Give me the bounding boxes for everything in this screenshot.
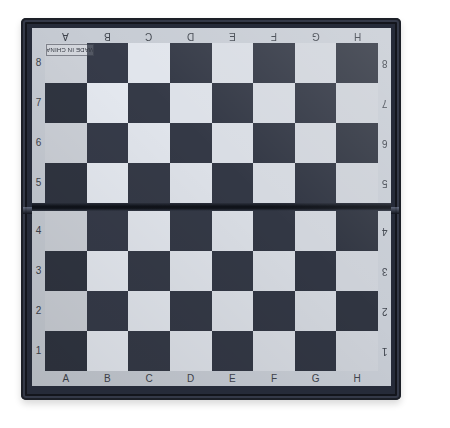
file-label-top-d-text: D xyxy=(187,31,194,41)
rank-label-left-5-text: 5 xyxy=(36,178,42,188)
file-label-top-c: C xyxy=(128,28,170,43)
file-label-bottom-g: G xyxy=(295,371,337,386)
square-g5 xyxy=(295,163,337,203)
file-label-bottom-h: H xyxy=(336,371,378,386)
square-b4 xyxy=(87,211,129,251)
square-b6 xyxy=(87,123,129,163)
square-b2 xyxy=(87,291,129,331)
square-a1 xyxy=(45,331,87,371)
file-label-bottom-h-text: H xyxy=(354,374,361,384)
file-label-bottom-f: F xyxy=(253,371,295,386)
square-c2 xyxy=(128,291,170,331)
file-label-top-a: A xyxy=(45,28,87,43)
file-label-top-h: H xyxy=(336,28,378,43)
square-e4 xyxy=(212,211,254,251)
rank-label-left-2-text: 2 xyxy=(36,306,42,316)
file-label-top-c-text: C xyxy=(145,31,152,41)
square-b7 xyxy=(87,83,129,123)
rank-label-right-5: 5 xyxy=(378,163,391,203)
fold-hinge xyxy=(32,203,391,211)
file-label-bottom-d-text: D xyxy=(187,374,194,384)
file-label-bottom-f-text: F xyxy=(271,374,277,384)
square-e3 xyxy=(212,251,254,291)
file-label-bottom-b-text: B xyxy=(104,374,111,384)
rank-label-left-1: 1 xyxy=(32,331,45,371)
square-c1 xyxy=(128,331,170,371)
rank-label-right-3-text: 3 xyxy=(382,266,388,276)
square-f7 xyxy=(253,83,295,123)
square-d8 xyxy=(170,43,212,83)
square-a5 xyxy=(45,163,87,203)
square-h5 xyxy=(336,163,378,203)
file-label-bottom-e-text: E xyxy=(229,374,236,384)
square-g2 xyxy=(295,291,337,331)
square-g6 xyxy=(295,123,337,163)
rank-label-right-5-text: 5 xyxy=(382,178,388,188)
rank-label-left-6: 6 xyxy=(32,123,45,163)
file-label-top-d: D xyxy=(170,28,212,43)
square-c8 xyxy=(128,43,170,83)
square-f5 xyxy=(253,163,295,203)
square-h4 xyxy=(336,211,378,251)
file-label-top-b: B xyxy=(87,28,129,43)
rank-label-left-3: 3 xyxy=(32,251,45,291)
square-h7 xyxy=(336,83,378,123)
rank-label-left-8-text: 8 xyxy=(36,58,42,68)
square-e7 xyxy=(212,83,254,123)
file-label-bottom-c-text: C xyxy=(145,374,152,384)
rank-label-left-8: 8 xyxy=(32,43,45,83)
square-f2 xyxy=(253,291,295,331)
rank-label-right-1-text: 1 xyxy=(382,346,388,356)
square-b1 xyxy=(87,331,129,371)
rank-label-right-4-text: 4 xyxy=(382,226,388,236)
rank-label-right-7: 7 xyxy=(378,83,391,123)
rank-label-right-6: 6 xyxy=(378,123,391,163)
file-label-top-h-text: H xyxy=(354,31,361,41)
chessboard-photo: ABCDEFGHABCDEFGH8877665544332211MADE IN … xyxy=(0,0,450,428)
square-g8 xyxy=(295,43,337,83)
file-label-top-g: G xyxy=(295,28,337,43)
rank-label-left-7: 7 xyxy=(32,83,45,123)
square-c6 xyxy=(128,123,170,163)
square-e1 xyxy=(212,331,254,371)
square-d2 xyxy=(170,291,212,331)
rank-label-right-4: 4 xyxy=(378,211,391,251)
rank-label-left-3-text: 3 xyxy=(36,266,42,276)
square-g4 xyxy=(295,211,337,251)
square-d6 xyxy=(170,123,212,163)
square-a7 xyxy=(45,83,87,123)
made-in-china-label: MADE IN CHINA xyxy=(46,44,94,56)
square-a3 xyxy=(45,251,87,291)
rank-label-right-8-text: 8 xyxy=(382,58,388,68)
square-a6 xyxy=(45,123,87,163)
square-b3 xyxy=(87,251,129,291)
rank-label-left-4-text: 4 xyxy=(36,226,42,236)
square-c5 xyxy=(128,163,170,203)
rank-label-right-7-text: 7 xyxy=(382,98,388,108)
square-d7 xyxy=(170,83,212,123)
file-label-bottom-g-text: G xyxy=(312,374,320,384)
rank-label-right-6-text: 6 xyxy=(382,138,388,148)
square-h1 xyxy=(336,331,378,371)
square-h8 xyxy=(336,43,378,83)
board-frame: ABCDEFGHABCDEFGH8877665544332211MADE IN … xyxy=(21,18,401,400)
square-g1 xyxy=(295,331,337,371)
rank-label-left-5: 5 xyxy=(32,163,45,203)
hinge-right-end xyxy=(391,207,399,214)
file-label-bottom-d: D xyxy=(170,371,212,386)
rank-label-right-8: 8 xyxy=(378,43,391,83)
file-label-top-a-text: A xyxy=(62,31,69,41)
file-label-top-f: F xyxy=(253,28,295,43)
file-label-bottom-c: C xyxy=(128,371,170,386)
square-c4 xyxy=(128,211,170,251)
square-e8 xyxy=(212,43,254,83)
file-label-bottom-b: B xyxy=(87,371,129,386)
square-d1 xyxy=(170,331,212,371)
file-label-top-e-text: E xyxy=(229,31,236,41)
file-label-top-b-text: B xyxy=(104,31,111,41)
square-f1 xyxy=(253,331,295,371)
square-f8 xyxy=(253,43,295,83)
square-a4 xyxy=(45,211,87,251)
rank-label-left-4: 4 xyxy=(32,211,45,251)
rank-label-left-6-text: 6 xyxy=(36,138,42,148)
file-label-bottom-a: A xyxy=(45,371,87,386)
square-d3 xyxy=(170,251,212,291)
rank-label-right-2: 2 xyxy=(378,291,391,331)
rank-label-left-2: 2 xyxy=(32,291,45,331)
rank-label-right-1: 1 xyxy=(378,331,391,371)
rank-label-right-3: 3 xyxy=(378,251,391,291)
square-e5 xyxy=(212,163,254,203)
rank-label-right-2-text: 2 xyxy=(382,306,388,316)
square-c7 xyxy=(128,83,170,123)
square-c3 xyxy=(128,251,170,291)
square-h3 xyxy=(336,251,378,291)
square-f6 xyxy=(253,123,295,163)
square-g3 xyxy=(295,251,337,291)
square-b5 xyxy=(87,163,129,203)
square-d4 xyxy=(170,211,212,251)
square-f4 xyxy=(253,211,295,251)
rank-label-left-7-text: 7 xyxy=(36,98,42,108)
square-e2 xyxy=(212,291,254,331)
file-label-top-g-text: G xyxy=(312,31,320,41)
file-label-bottom-e: E xyxy=(212,371,254,386)
square-d5 xyxy=(170,163,212,203)
square-h6 xyxy=(336,123,378,163)
board-panel: ABCDEFGHABCDEFGH8877665544332211MADE IN … xyxy=(32,28,391,386)
file-label-top-e: E xyxy=(212,28,254,43)
square-h2 xyxy=(336,291,378,331)
square-a2 xyxy=(45,291,87,331)
rank-label-left-1-text: 1 xyxy=(36,346,42,356)
square-f3 xyxy=(253,251,295,291)
square-g7 xyxy=(295,83,337,123)
hinge-left-end xyxy=(23,207,32,214)
square-e6 xyxy=(212,123,254,163)
file-label-bottom-a-text: A xyxy=(62,374,69,384)
file-label-top-f-text: F xyxy=(271,31,277,41)
